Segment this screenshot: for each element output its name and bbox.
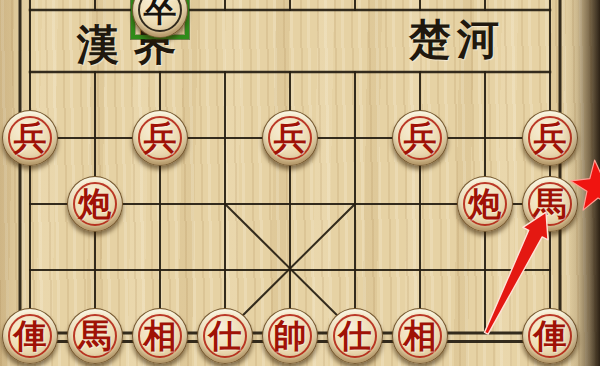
piece-red-cannon[interactable]: 炮 <box>67 176 123 232</box>
piece-red-advisor[interactable]: 仕 <box>197 308 253 364</box>
piece-glyph: 仕 <box>198 309 252 363</box>
piece-glyph: 炮 <box>458 177 512 231</box>
piece-black-soldier[interactable]: 卒 <box>132 0 188 38</box>
piece-glyph: 兵 <box>133 111 187 165</box>
piece-glyph: 卒 <box>133 0 187 37</box>
piece-red-soldier[interactable]: 兵 <box>262 110 318 166</box>
piece-glyph: 相 <box>393 309 447 363</box>
piece-glyph: 馬 <box>68 309 122 363</box>
piece-red-soldier[interactable]: 兵 <box>392 110 448 166</box>
piece-glyph: 兵 <box>3 111 57 165</box>
river-label-chu-he: 楚河 <box>409 19 505 61</box>
piece-glyph: 炮 <box>68 177 122 231</box>
piece-glyph: 兵 <box>393 111 447 165</box>
piece-red-elephant[interactable]: 相 <box>132 308 188 364</box>
piece-red-cannon[interactable]: 炮 <box>457 176 513 232</box>
piece-glyph: 俥 <box>3 309 57 363</box>
piece-red-horse[interactable]: 馬 <box>522 176 578 232</box>
piece-red-elephant[interactable]: 相 <box>392 308 448 364</box>
piece-glyph: 相 <box>133 309 187 363</box>
piece-glyph: 兵 <box>523 111 577 165</box>
piece-glyph: 仕 <box>328 309 382 363</box>
xiangqi-board: 漢界 楚河 卒兵兵兵兵兵炮炮馬俥馬相仕帥仕相俥 <box>0 0 600 366</box>
piece-red-soldier[interactable]: 兵 <box>2 110 58 166</box>
piece-red-soldier[interactable]: 兵 <box>522 110 578 166</box>
piece-red-horse[interactable]: 馬 <box>67 308 123 364</box>
piece-glyph: 帥 <box>263 309 317 363</box>
piece-red-advisor[interactable]: 仕 <box>327 308 383 364</box>
piece-glyph: 馬 <box>523 177 577 231</box>
piece-red-general[interactable]: 帥 <box>262 308 318 364</box>
piece-red-chariot[interactable]: 俥 <box>2 308 58 364</box>
piece-red-soldier[interactable]: 兵 <box>132 110 188 166</box>
piece-glyph: 俥 <box>523 309 577 363</box>
piece-red-chariot[interactable]: 俥 <box>522 308 578 364</box>
piece-glyph: 兵 <box>263 111 317 165</box>
